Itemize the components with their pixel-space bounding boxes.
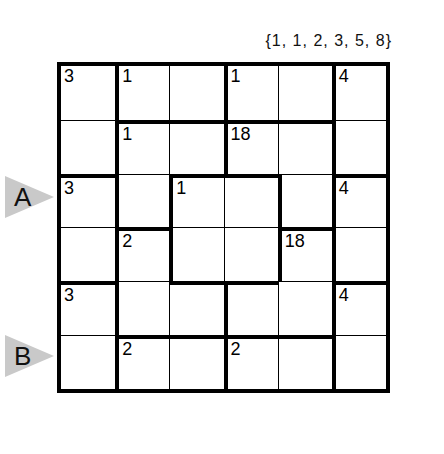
cage-clue: 3: [64, 179, 74, 198]
cell-r4c2[interactable]: 2: [115, 227, 169, 281]
cage-clue: 1: [231, 67, 241, 86]
puzzle-page: {1, 1, 2, 3, 5, 8} A B 31141183142183422: [0, 0, 444, 454]
cage-clue: 18: [231, 125, 251, 144]
cell-r6c2[interactable]: 2: [115, 335, 169, 389]
cage-clue: 1: [122, 125, 132, 144]
cell-r4c3[interactable]: [169, 227, 223, 281]
puzzle-grid: 31141183142183422: [57, 62, 390, 393]
cell-r3c3[interactable]: 1: [169, 174, 223, 228]
cell-r6c1[interactable]: [61, 335, 115, 389]
cage-clue: 2: [231, 340, 241, 359]
row-marker-a-label: A: [14, 184, 31, 210]
cell-r2c2[interactable]: 1: [115, 120, 169, 174]
cell-r5c4[interactable]: [224, 281, 278, 335]
cell-r4c4[interactable]: [224, 227, 278, 281]
cell-r2c1[interactable]: [61, 120, 115, 174]
cell-r2c4[interactable]: 18: [224, 120, 278, 174]
cage-clue: 1: [122, 67, 132, 86]
cell-r4c1[interactable]: [61, 227, 115, 281]
cell-r1c3[interactable]: [169, 66, 223, 120]
row-marker-a: A: [5, 176, 54, 218]
cell-r5c6[interactable]: 4: [332, 281, 386, 335]
row-marker-b-label: B: [14, 343, 31, 369]
cell-r6c6[interactable]: [332, 335, 386, 389]
number-set-label: {1, 1, 2, 3, 5, 8}: [265, 32, 392, 50]
cell-r5c3[interactable]: [169, 281, 223, 335]
cage-clue: 4: [339, 286, 349, 305]
cell-r1c1[interactable]: 3: [61, 66, 115, 120]
cage-clue: 4: [339, 179, 349, 198]
cage-clue: 2: [122, 340, 132, 359]
row-marker-b: B: [5, 335, 54, 377]
cage-clue: 3: [64, 286, 74, 305]
cage-clue: 4: [339, 67, 349, 86]
cell-r6c5[interactable]: [278, 335, 332, 389]
cell-r1c6[interactable]: 4: [332, 66, 386, 120]
cage-clue: 3: [64, 67, 74, 86]
cell-r5c2[interactable]: [115, 281, 169, 335]
cell-r3c2[interactable]: [115, 174, 169, 228]
cage-clue: 18: [285, 232, 305, 251]
cage-clue: 2: [122, 232, 132, 251]
cell-r2c5[interactable]: [278, 120, 332, 174]
cell-r1c4[interactable]: 1: [224, 66, 278, 120]
cell-r3c6[interactable]: 4: [332, 174, 386, 228]
cell-r2c3[interactable]: [169, 120, 223, 174]
cell-r3c1[interactable]: 3: [61, 174, 115, 228]
cell-r1c5[interactable]: [278, 66, 332, 120]
cell-r3c5[interactable]: [278, 174, 332, 228]
cell-r5c5[interactable]: [278, 281, 332, 335]
cell-r1c2[interactable]: 1: [115, 66, 169, 120]
cell-r6c4[interactable]: 2: [224, 335, 278, 389]
cell-r3c4[interactable]: [224, 174, 278, 228]
cell-r4c6[interactable]: [332, 227, 386, 281]
cell-r4c5[interactable]: 18: [278, 227, 332, 281]
cell-r6c3[interactable]: [169, 335, 223, 389]
cell-r2c6[interactable]: [332, 120, 386, 174]
cage-clue: 1: [176, 179, 186, 198]
cell-r5c1[interactable]: 3: [61, 281, 115, 335]
